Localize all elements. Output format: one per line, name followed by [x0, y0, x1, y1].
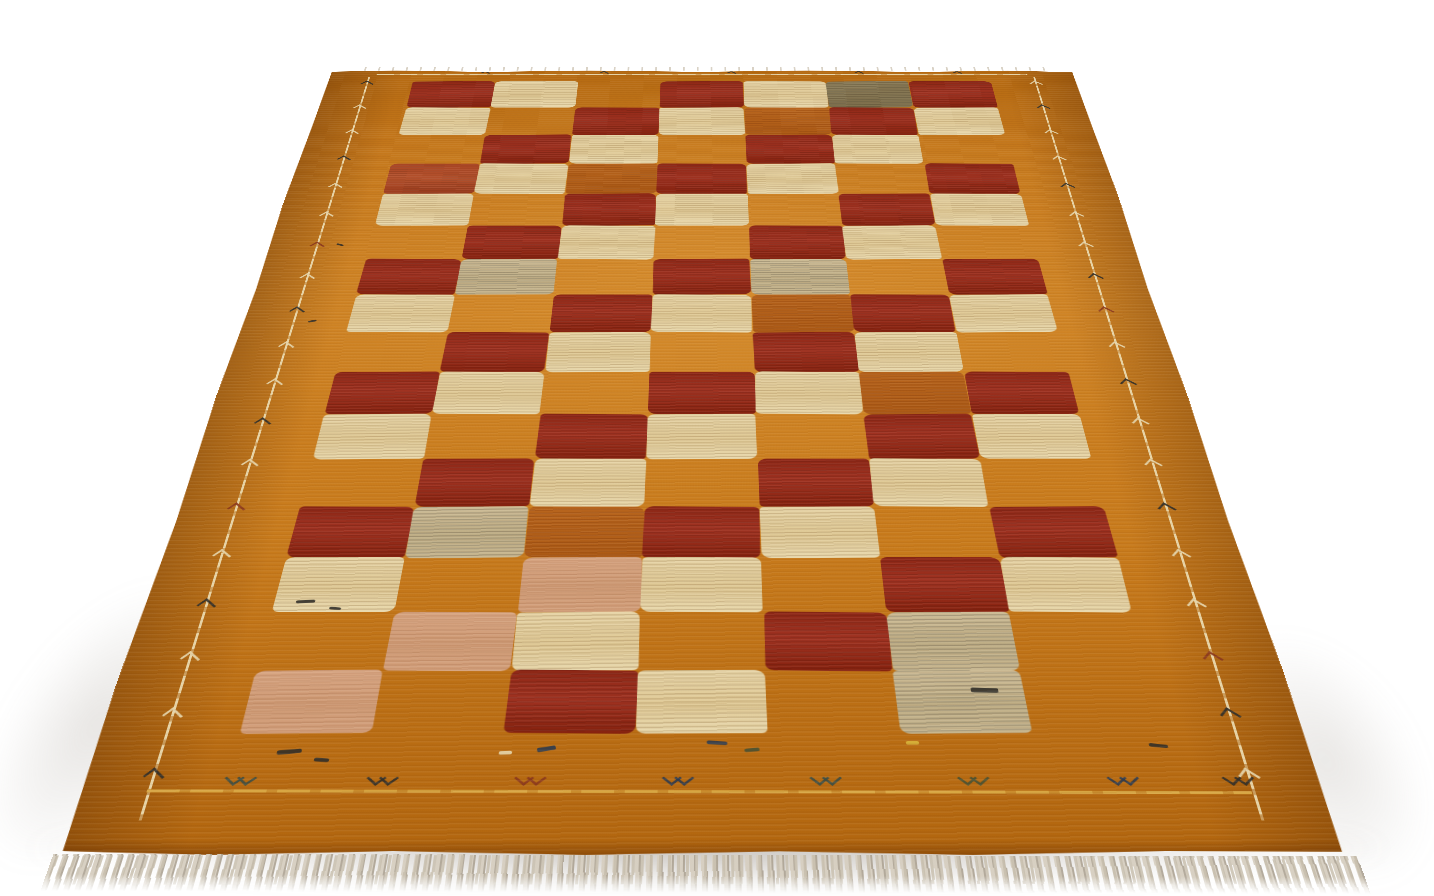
- bottom-arrow-motif-3: [516, 773, 556, 786]
- arrow-chevron-icon: [822, 770, 842, 786]
- vine-right-branch-3: [1044, 129, 1058, 137]
- field-fleck-2: [313, 758, 329, 762]
- vine-right-branch-12: [1132, 417, 1150, 429]
- rug-cell-r2c6-red: [829, 107, 918, 135]
- bottom-guard-line: [146, 789, 1252, 794]
- rug-cell-r16c7-orange: [1020, 670, 1164, 733]
- vine-left-branch-13: [241, 459, 259, 472]
- rug-cell-r9c4-orange: [650, 332, 755, 372]
- rug-cell-r11c3-red: [535, 413, 649, 459]
- vine-left-branch-19: [143, 767, 165, 785]
- rug-cell-r5c2-orange: [468, 194, 565, 226]
- bottom-arrow-motif-2: [368, 773, 409, 786]
- arrow-chevron-icon: [379, 770, 399, 786]
- arrow-chevron-icon: [674, 770, 694, 786]
- rug-cell-r8c3-red: [550, 294, 653, 331]
- rug-cell-r8c6-red: [850, 294, 956, 332]
- rug-cell-r7c4-red: [653, 259, 752, 295]
- vine-right-branch-17: [1203, 651, 1224, 667]
- arrow-chevron-icon: [1119, 770, 1139, 786]
- vine-left-branch-14: [227, 502, 245, 515]
- rug-cell-r4c1-brick: [383, 163, 480, 193]
- vine-left-branch-4: [337, 155, 351, 163]
- field-fleck-3: [499, 751, 512, 755]
- vine-left-branch-2: [353, 104, 367, 111]
- rug-cell-r11c4-cream: [647, 414, 758, 459]
- rug-cell-r14c7-cream: [999, 557, 1132, 613]
- rug-cell-r15c7-orange: [1009, 612, 1148, 670]
- rug-cell-r15c5-red: [764, 611, 893, 671]
- arrow-chevron-icon: [526, 770, 546, 786]
- field-fleck-1: [277, 749, 302, 755]
- checker-grid: [239, 81, 1164, 733]
- rug-cell-r4c7-red: [924, 163, 1020, 194]
- vine-left-branch-18: [162, 707, 183, 724]
- rug-cell-r3c6-cream: [832, 135, 924, 164]
- field-fleck-7: [906, 741, 920, 745]
- field-fleck-12: [336, 243, 344, 246]
- rug-cell-r8c1-cream: [346, 294, 455, 332]
- vine-right-branch-6: [1069, 211, 1084, 220]
- field-fleck-5: [707, 740, 728, 745]
- rug-cell-r4c6-orange: [835, 163, 930, 193]
- fringe-bottom-edge: [40, 854, 1370, 894]
- vine-right-branch-15: [1172, 549, 1192, 563]
- rug-cell-r6c4-orange: [654, 225, 750, 259]
- rug-cell-r7c6-orange: [846, 259, 949, 294]
- vine-left-branch-9: [289, 306, 305, 316]
- rug-cell-r4c2-cream: [474, 163, 569, 194]
- vine-left-branch-15: [212, 549, 231, 563]
- rug-cell-r13c6-orange: [874, 506, 999, 557]
- vine-left-branch-11: [266, 378, 283, 389]
- vine-right-branch-9: [1098, 306, 1114, 316]
- vine-left-branch-5: [328, 183, 343, 191]
- bottom-arrow-motif-4: [664, 773, 703, 786]
- rug-cell-r16c6-tan: [893, 670, 1033, 734]
- rug-cell-r8c2-orange: [448, 294, 554, 331]
- rug-cell-r3c7-orange: [918, 135, 1012, 164]
- top-guard-line: [376, 74, 1027, 75]
- vine-left-branch-1: [360, 80, 373, 87]
- rug-cell-r3c4-orange: [658, 135, 747, 164]
- rug-cell-r6c5-red: [749, 225, 846, 259]
- rug-cell-r9c1-orange: [336, 332, 448, 372]
- rug-cell-r14c3-pink: [518, 557, 643, 612]
- rug-cell-r1c6-olive: [825, 81, 913, 108]
- rug-cell-r15c6-tan: [886, 612, 1020, 671]
- rug-cell-r5c3-red: [562, 193, 656, 225]
- rug-cell-r14c1-cream: [272, 557, 405, 612]
- rug-cell-r2c2-orange: [485, 107, 575, 134]
- rug-cell-r14c6-red: [880, 557, 1009, 612]
- arrow-chevron-icon: [1234, 770, 1254, 786]
- bottom-arrow-motif-7: [1108, 773, 1150, 786]
- rug-cell-r4c4-red: [656, 163, 747, 193]
- vine-right-branch-13: [1144, 459, 1162, 472]
- rug-photo-scene: [0, 0, 1434, 896]
- field-fleck-4: [537, 745, 557, 752]
- rug-cell-r8c4-cream: [651, 294, 753, 332]
- rug-cell-r16c2-orange: [372, 670, 511, 733]
- rug-cell-r5c7-cream: [930, 194, 1029, 226]
- rug-cell-r9c3-cream: [545, 332, 651, 372]
- vine-left-branch-3: [345, 129, 359, 137]
- rug-cell-r1c2-cream: [491, 81, 578, 107]
- vine-left-branch-17: [180, 651, 200, 667]
- rug-cell-r1c7-red: [908, 81, 997, 107]
- rug-cell-r10c1-red: [325, 372, 441, 415]
- rug-cell-r1c3-orange: [575, 81, 661, 107]
- rug-cell-r6c1-orange: [366, 225, 468, 259]
- rug-cell-r16c5-orange: [766, 670, 901, 733]
- rug-cell-r6c6-cream: [842, 225, 943, 259]
- rug-cell-r15c2-pink: [383, 612, 517, 671]
- rug-cell-r10c3-orange: [540, 372, 649, 414]
- rug-cell-r11c1-cream: [313, 413, 432, 459]
- rug-cell-r9c7-orange: [956, 332, 1068, 372]
- rug-cell-r12c7-orange: [980, 459, 1104, 507]
- vine-left-branch-10: [278, 341, 294, 352]
- arrow-chevron-icon: [969, 770, 989, 786]
- rug-cell-r3c5-red: [745, 135, 835, 164]
- rug-cell-r15c1-orange: [256, 612, 395, 670]
- rug-cell-r14c2-orange: [395, 557, 524, 612]
- vine-right-branch-10: [1109, 341, 1126, 352]
- rug-cell-r10c5-cream: [755, 371, 864, 414]
- vine-left-branch-16: [197, 598, 217, 613]
- rug-cell-r7c2-tan: [455, 259, 557, 295]
- rug-cell-r10c2-cream: [432, 372, 545, 415]
- field-fleck-8: [1149, 743, 1168, 748]
- rug-cell-r12c4-orange: [645, 459, 760, 507]
- rug-cell-r1c4-red: [660, 81, 745, 107]
- rug-cell-r7c7-red: [942, 259, 1048, 295]
- rug-cell-r13c2-tan: [405, 506, 529, 558]
- vine-right-branch-8: [1088, 273, 1104, 283]
- rug-cell-r5c4-cream: [655, 194, 749, 226]
- vine-right-branch-11: [1120, 378, 1137, 389]
- rug-cell-r6c7-orange: [936, 225, 1038, 259]
- rug-cell-r11c5-orange: [756, 414, 869, 459]
- rug-cell-r5c6-red: [838, 194, 935, 226]
- rug-cell-r13c5-cream: [759, 506, 880, 557]
- rug-cell-r12c2-red: [415, 458, 535, 506]
- rug-cell-r5c1-cream: [375, 194, 474, 226]
- rug-cell-r16c3-red: [503, 670, 639, 734]
- rug-cell-r8c7-cream: [949, 294, 1058, 332]
- rug-cell-r14c4-cream: [640, 557, 763, 612]
- rug-cell-r11c6-red: [863, 413, 980, 459]
- rug-cell-r3c2-red: [480, 134, 571, 163]
- rug-cell-r16c1-pink: [240, 670, 383, 734]
- rug-cell-r13c1-red: [286, 506, 415, 557]
- rug-cell-r6c3-cream: [558, 225, 656, 259]
- vine-right-branch-7: [1078, 241, 1094, 250]
- rug-cell-r4c5-cream: [746, 163, 839, 194]
- rug-cell-r3c3-cream: [569, 135, 659, 164]
- vine-right-branch-18: [1220, 707, 1242, 724]
- rug-cell-r13c3-rust: [524, 506, 645, 557]
- rug-cell-r12c1-orange: [300, 459, 424, 507]
- vine-right-branch-5: [1061, 183, 1076, 191]
- rug-cell-r7c3-orange: [554, 259, 654, 294]
- rug: [57, 71, 1347, 855]
- rug-cell-r1c5-cream: [743, 81, 828, 107]
- rug-cell-r12c5-red: [758, 459, 875, 507]
- rug-cell-r4c3-rust: [566, 163, 658, 193]
- rug-cell-r9c5-red: [752, 332, 859, 372]
- rug-cell-r15c3-cream: [511, 611, 640, 671]
- rug-cell-r6c2-red: [462, 225, 562, 259]
- vine-right-branch-2: [1037, 104, 1051, 111]
- rug-cell-r13c7-red: [989, 506, 1118, 558]
- vine-right-branch-4: [1052, 155, 1067, 163]
- vine-left-branch-7: [310, 241, 325, 250]
- rug-cell-r2c1-cream: [399, 107, 491, 135]
- vine-right-branch-1: [1030, 80, 1044, 87]
- vine-left-branch-6: [319, 211, 334, 220]
- rug-cell-r11c2-orange: [424, 414, 540, 459]
- rug-cell-r11c7-cream: [972, 414, 1092, 459]
- rug-field: [57, 71, 1347, 855]
- rug-cell-r2c5-rust: [744, 107, 832, 134]
- vine-left-branch-12: [254, 417, 271, 429]
- rug-cell-r2c3-red: [572, 107, 660, 135]
- rug-cell-r10c6-rust: [859, 372, 972, 415]
- photo-canvas: [0, 0, 1434, 896]
- rug-cell-r5c5-orange: [748, 194, 843, 226]
- field-fleck-13: [308, 320, 317, 323]
- rug-cell-r12c6-cream: [869, 458, 989, 507]
- rug-cell-r2c4-cream: [659, 107, 746, 135]
- rug-cell-r9c6-cream: [854, 332, 963, 372]
- rug-cell-r7c1-red: [356, 259, 462, 295]
- bottom-arrow-motif-6: [959, 773, 999, 786]
- bottom-arrow-motif-8: [1223, 773, 1265, 786]
- fringe-top-edge: [364, 67, 1057, 70]
- field-fleck-9: [971, 687, 999, 692]
- field-fleck-6: [744, 748, 760, 753]
- rug-cell-r16c4-cream: [636, 670, 768, 733]
- rug-cell-r3c1-orange: [391, 135, 485, 164]
- rug-cell-r2c7-cream: [913, 107, 1005, 135]
- rug-cell-r10c7-red: [964, 372, 1080, 415]
- bottom-arrow-motif-5: [812, 773, 851, 786]
- bottom-edge-shading: [57, 839, 1347, 855]
- rug-cell-r8c5-rust: [751, 294, 854, 332]
- rug-cell-r14c5-orange: [761, 557, 886, 612]
- vine-right-branch-16: [1187, 598, 1207, 613]
- rug-cell-r1c1-red: [406, 81, 495, 108]
- vine-left-branch-8: [300, 273, 316, 283]
- rug-cell-r9c2-red: [440, 332, 550, 372]
- rug-cell-r7c5-tan: [750, 259, 850, 294]
- rug-cell-r10c4-red: [648, 372, 756, 414]
- rug-cell-r13c4-red: [642, 506, 761, 558]
- bottom-arrow-motif-1: [225, 773, 267, 786]
- rug-cell-r12c3-cream: [529, 458, 646, 506]
- vine-right-branch-14: [1158, 502, 1177, 515]
- rug-cell-r15c4-orange: [638, 612, 765, 670]
